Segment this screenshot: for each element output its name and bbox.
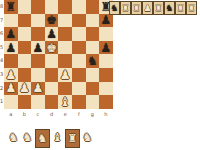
square-c1[interactable] <box>31 95 45 109</box>
square-c6[interactable] <box>31 27 45 41</box>
file-labels: abcdefgh <box>4 110 113 118</box>
square-h1[interactable] <box>99 95 113 109</box>
white-rook: ♜ <box>132 4 140 13</box>
file-label-e: e <box>58 110 72 118</box>
square-b4[interactable] <box>18 54 32 68</box>
square-b5[interactable] <box>18 41 32 55</box>
file-label-h: h <box>99 110 113 118</box>
square-c7[interactable] <box>31 14 45 28</box>
black-pawn[interactable]: ♟ <box>5 42 16 54</box>
square-e7[interactable] <box>58 14 72 28</box>
square-b1[interactable] <box>18 95 32 109</box>
square-d3[interactable] <box>45 68 59 82</box>
square-h5[interactable]: ♟ <box>99 41 113 55</box>
file-label-f: f <box>72 110 86 118</box>
square-c3[interactable] <box>31 68 45 82</box>
square-a1[interactable] <box>4 95 18 109</box>
bottom-tray-white-knight[interactable]: ♞ <box>21 129 34 146</box>
square-f1[interactable] <box>72 95 86 109</box>
tray-tile-black-knight[interactable]: ♞ <box>164 1 175 15</box>
square-d5[interactable]: ♚ <box>45 41 59 55</box>
square-h4[interactable] <box>99 54 113 68</box>
white-pawn[interactable]: ♟ <box>60 69 71 81</box>
white-knight: ♞ <box>38 133 48 144</box>
square-d6[interactable]: ♟ <box>45 27 59 41</box>
square-a2[interactable]: ♟ <box>4 82 18 96</box>
bottom-tray-white-knight[interactable]: ♞ <box>35 129 50 148</box>
square-c2[interactable]: ♟ <box>31 82 45 96</box>
bottom-piece-tray[interactable]: ♞♞♞♝♜♞ <box>7 129 94 148</box>
square-c4[interactable] <box>31 54 45 68</box>
black-pawn[interactable]: ♟ <box>46 28 57 40</box>
square-g1[interactable] <box>86 95 100 109</box>
white-rook: ♜ <box>154 4 162 13</box>
square-e6[interactable] <box>58 27 72 41</box>
white-rook: ♜ <box>68 133 78 144</box>
square-a5[interactable]: ♟ <box>4 41 18 55</box>
white-knight: ♞ <box>23 132 33 143</box>
black-rook[interactable]: ♜ <box>5 1 16 13</box>
square-e3[interactable]: ♟ <box>58 68 72 82</box>
tray-tile-white-rook[interactable]: ♜ <box>131 1 142 15</box>
square-b7[interactable] <box>18 14 32 28</box>
square-d7[interactable]: ♚ <box>45 14 59 28</box>
file-label-d: d <box>45 110 59 118</box>
square-e8[interactable] <box>58 0 72 14</box>
square-f6[interactable] <box>72 27 86 41</box>
bottom-tray-white-knight[interactable]: ♞ <box>7 129 20 146</box>
square-f7[interactable] <box>72 14 86 28</box>
square-b8[interactable] <box>18 0 32 14</box>
black-pawn[interactable]: ♟ <box>101 14 112 26</box>
square-d1[interactable] <box>45 95 59 109</box>
square-f5[interactable] <box>72 41 86 55</box>
file-label-a: a <box>4 110 18 118</box>
white-rook: ♜ <box>121 4 129 13</box>
white-pawn[interactable]: ♟ <box>5 69 16 81</box>
top-piece-tray[interactable]: ♞♜♜♟♜♞♜♜ <box>109 1 197 15</box>
square-e4[interactable] <box>58 54 72 68</box>
square-h6[interactable] <box>99 27 113 41</box>
bottom-tray-white-knight[interactable]: ♞ <box>81 129 94 146</box>
square-f8[interactable] <box>72 0 86 14</box>
square-a8[interactable]: ♜ <box>4 0 18 14</box>
square-d4[interactable] <box>45 54 59 68</box>
square-c8[interactable] <box>31 0 45 14</box>
square-d8[interactable] <box>45 0 59 14</box>
square-g8[interactable] <box>86 0 100 14</box>
square-d2[interactable] <box>45 82 59 96</box>
white-pawn[interactable]: ♟ <box>5 82 16 94</box>
file-label-g: g <box>86 110 100 118</box>
square-f4[interactable] <box>72 54 86 68</box>
square-e1[interactable]: ♝ <box>58 95 72 109</box>
square-a4[interactable] <box>4 54 18 68</box>
white-rook: ♜ <box>176 4 184 13</box>
square-g3[interactable] <box>86 68 100 82</box>
tray-tile-white-rook[interactable]: ♜ <box>120 1 131 15</box>
black-knight[interactable]: ♞ <box>87 55 98 67</box>
square-h7[interactable]: ♟ <box>99 14 113 28</box>
bottom-tray-white-rook[interactable]: ♜ <box>65 129 80 148</box>
square-g6[interactable] <box>86 27 100 41</box>
square-e5[interactable] <box>58 41 72 55</box>
tray-tile-white-rook[interactable]: ♜ <box>186 1 197 15</box>
square-g4[interactable]: ♞ <box>86 54 100 68</box>
white-knight: ♞ <box>83 132 93 143</box>
square-g7[interactable] <box>86 14 100 28</box>
white-rook: ♜ <box>187 4 195 13</box>
black-pawn[interactable]: ♟ <box>101 42 112 54</box>
square-c5[interactable]: ♟ <box>31 41 45 55</box>
square-b3[interactable] <box>18 68 32 82</box>
square-f2[interactable] <box>72 82 86 96</box>
square-a7[interactable] <box>4 14 18 28</box>
tray-tile-black-knight[interactable]: ♞ <box>109 1 120 15</box>
white-bishop[interactable]: ♝ <box>60 96 71 108</box>
square-e2[interactable] <box>58 82 72 96</box>
square-a3[interactable]: ♟ <box>4 68 18 82</box>
square-g5[interactable] <box>86 41 100 55</box>
square-g2[interactable] <box>86 82 100 96</box>
white-knight: ♞ <box>9 132 19 143</box>
black-knight: ♞ <box>165 4 173 13</box>
square-b2[interactable]: ♟ <box>18 82 32 96</box>
square-b6[interactable] <box>18 27 32 41</box>
file-label-c: c <box>31 110 45 118</box>
bottom-tray-white-bishop[interactable]: ♝ <box>51 129 64 146</box>
square-a6[interactable]: ♟ <box>4 27 18 41</box>
square-h3[interactable] <box>99 68 113 82</box>
white-king[interactable]: ♚ <box>46 42 57 54</box>
white-bishop: ♝ <box>53 132 63 143</box>
black-king[interactable]: ♚ <box>46 14 57 26</box>
black-pawn[interactable]: ♟ <box>5 28 16 40</box>
black-knight: ♞ <box>110 4 118 13</box>
white-pawn[interactable]: ♟ <box>19 82 30 94</box>
file-label-b: b <box>18 110 32 118</box>
tray-tile-white-rook[interactable]: ♜ <box>153 1 164 15</box>
chess-board[interactable]: ♜♜♚♟♟♟♟♟♚♟♞♟♟♟♟♟♝ <box>4 0 113 109</box>
black-pawn[interactable]: ♟ <box>33 42 44 54</box>
white-pawn[interactable]: ♟ <box>33 82 44 94</box>
square-f3[interactable] <box>72 68 86 82</box>
white-pawn: ♟ <box>143 4 151 13</box>
tray-tile-white-pawn[interactable]: ♟ <box>142 1 153 15</box>
tray-tile-white-rook[interactable]: ♜ <box>175 1 186 15</box>
square-h2[interactable] <box>99 82 113 96</box>
